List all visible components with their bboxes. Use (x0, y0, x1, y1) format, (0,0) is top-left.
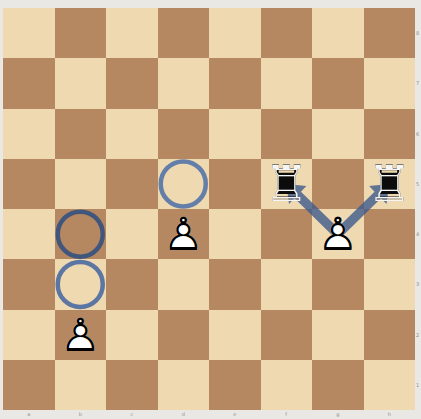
square-b4[interactable] (55, 209, 107, 259)
square-b8[interactable] (55, 8, 107, 58)
square-g5[interactable] (312, 159, 364, 209)
square-g6[interactable] (312, 109, 364, 159)
black-rook-outline-glyph: ♖ (261, 159, 313, 209)
square-e1[interactable] (209, 360, 261, 410)
file-label-e: e (233, 412, 236, 417)
square-f2[interactable] (261, 310, 313, 360)
square-e7[interactable] (209, 58, 261, 108)
square-g1[interactable] (312, 360, 364, 410)
square-d5[interactable] (158, 159, 210, 209)
black-rook-f5[interactable]: ♜♖ (261, 159, 313, 209)
square-f6[interactable] (261, 109, 313, 159)
square-h4[interactable] (364, 209, 416, 259)
square-f7[interactable] (261, 58, 313, 108)
square-d2[interactable] (158, 310, 210, 360)
square-b7[interactable] (55, 58, 107, 108)
square-c3[interactable] (106, 259, 158, 309)
square-c1[interactable] (106, 360, 158, 410)
square-c7[interactable] (106, 58, 158, 108)
square-e6[interactable] (209, 109, 261, 159)
square-b5[interactable] (55, 159, 107, 209)
file-label-f: f (285, 412, 287, 417)
square-e8[interactable] (209, 8, 261, 58)
square-b3[interactable] (55, 259, 107, 309)
square-e5[interactable] (209, 159, 261, 209)
white-pawn-outline-glyph: ♙ (55, 310, 107, 360)
square-g3[interactable] (312, 259, 364, 309)
square-c6[interactable] (106, 109, 158, 159)
square-d6[interactable] (158, 109, 210, 159)
square-g7[interactable] (312, 58, 364, 108)
file-label-g: g (336, 412, 339, 417)
file-label-h: h (388, 412, 391, 417)
square-a3[interactable] (3, 259, 55, 309)
file-label-c: c (130, 412, 133, 417)
square-h8[interactable] (364, 8, 416, 58)
square-h6[interactable] (364, 109, 416, 159)
file-label-d: d (182, 412, 185, 417)
square-a6[interactable] (3, 109, 55, 159)
chess-diagram: ♜♖♜♖♟♙♟♙♟♙ abcdefgh87654321 (0, 0, 421, 419)
square-e4[interactable] (209, 209, 261, 259)
square-e3[interactable] (209, 259, 261, 309)
rank-label-3: 3 (416, 282, 419, 287)
square-a7[interactable] (3, 58, 55, 108)
square-d8[interactable] (158, 8, 210, 58)
rank-label-5: 5 (416, 181, 419, 186)
square-f3[interactable] (261, 259, 313, 309)
square-d1[interactable] (158, 360, 210, 410)
square-c2[interactable] (106, 310, 158, 360)
square-a1[interactable] (3, 360, 55, 410)
square-h3[interactable] (364, 259, 416, 309)
square-f1[interactable] (261, 360, 313, 410)
square-g2[interactable] (312, 310, 364, 360)
rank-label-6: 6 (416, 131, 419, 136)
square-f4[interactable] (261, 209, 313, 259)
square-e2[interactable] (209, 310, 261, 360)
white-pawn-d4[interactable]: ♟♙ (158, 209, 210, 259)
square-g8[interactable] (312, 8, 364, 58)
square-c4[interactable] (106, 209, 158, 259)
file-label-b: b (79, 412, 82, 417)
square-d7[interactable] (158, 58, 210, 108)
rank-label-4: 4 (416, 232, 419, 237)
square-c8[interactable] (106, 8, 158, 58)
white-pawn-g4[interactable]: ♟♙ (312, 209, 364, 259)
square-d3[interactable] (158, 259, 210, 309)
rank-label-2: 2 (416, 332, 419, 337)
square-a5[interactable] (3, 159, 55, 209)
square-a4[interactable] (3, 209, 55, 259)
square-f8[interactable] (261, 8, 313, 58)
square-a8[interactable] (3, 8, 55, 58)
square-a2[interactable] (3, 310, 55, 360)
rank-label-7: 7 (416, 81, 419, 86)
white-pawn-outline-glyph: ♙ (158, 209, 210, 259)
square-h2[interactable] (364, 310, 416, 360)
black-rook-outline-glyph: ♖ (364, 159, 416, 209)
square-c5[interactable] (106, 159, 158, 209)
square-b1[interactable] (55, 360, 107, 410)
black-rook-h5[interactable]: ♜♖ (364, 159, 416, 209)
white-pawn-outline-glyph: ♙ (312, 209, 364, 259)
rank-label-1: 1 (416, 382, 419, 387)
rank-label-8: 8 (416, 31, 419, 36)
square-h1[interactable] (364, 360, 416, 410)
square-h7[interactable] (364, 58, 416, 108)
white-pawn-b2[interactable]: ♟♙ (55, 310, 107, 360)
file-label-a: a (27, 412, 30, 417)
square-b6[interactable] (55, 109, 107, 159)
